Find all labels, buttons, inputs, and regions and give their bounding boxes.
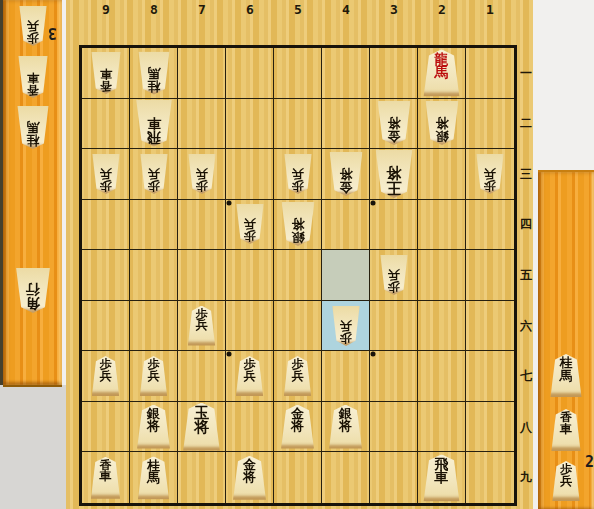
square-76[interactable]: 歩兵 bbox=[178, 301, 226, 352]
square-69[interactable]: 金将 bbox=[226, 452, 274, 503]
piece-kanji: 兵 bbox=[244, 218, 256, 230]
hand-gote-knight[interactable]: 桂馬 bbox=[11, 106, 55, 150]
piece-kanji: 将 bbox=[387, 117, 400, 130]
square-71[interactable] bbox=[178, 48, 226, 99]
piece-sente-lance[interactable]: 香車 bbox=[90, 457, 121, 499]
piece-gote-silver[interactable]: 銀将 bbox=[424, 101, 459, 145]
square-99[interactable]: 香車 bbox=[82, 452, 130, 503]
piece-sente-silver[interactable]: 銀将 bbox=[328, 405, 363, 449]
square-19[interactable] bbox=[466, 452, 514, 503]
square-34[interactable] bbox=[370, 200, 418, 251]
square-45[interactable] bbox=[322, 250, 370, 301]
square-55[interactable] bbox=[274, 250, 322, 301]
piece-kanji: 兵 bbox=[27, 20, 39, 32]
square-96[interactable] bbox=[82, 301, 130, 352]
square-98[interactable] bbox=[82, 402, 130, 453]
piece-gote-pawn[interactable]: 歩兵 bbox=[476, 154, 505, 194]
square-47[interactable] bbox=[322, 351, 370, 402]
rank-label: 八 bbox=[517, 402, 535, 453]
piece-gote-pawn[interactable]: 歩兵 bbox=[18, 6, 47, 46]
piece-kanji: 兵 bbox=[148, 167, 160, 179]
piece-sente-lance[interactable]: 香車 bbox=[551, 409, 582, 451]
piece-kanji: 将 bbox=[291, 218, 304, 231]
rank-label: 四 bbox=[517, 200, 535, 251]
sente-captured-tray: 桂馬香車歩兵2 bbox=[538, 170, 594, 509]
square-85[interactable] bbox=[130, 250, 178, 301]
piece-kanji: 将 bbox=[194, 420, 209, 435]
piece-sente-knight[interactable]: 桂馬 bbox=[137, 456, 170, 499]
piece-kanji: 馬 bbox=[26, 121, 39, 134]
square-44[interactable] bbox=[322, 200, 370, 251]
piece-gote-pawn[interactable]: 歩兵 bbox=[139, 154, 168, 194]
piece-kanji: 車 bbox=[100, 471, 112, 483]
square-81[interactable]: 桂馬 bbox=[130, 48, 178, 99]
piece-kanji: 将 bbox=[291, 420, 304, 433]
rank-label: 五 bbox=[517, 250, 535, 301]
square-57[interactable]: 歩兵 bbox=[274, 351, 322, 402]
square-86[interactable] bbox=[130, 301, 178, 352]
piece-sente-pawn[interactable]: 歩兵 bbox=[139, 356, 168, 396]
piece-sente-pawn[interactable]: 歩兵 bbox=[235, 356, 264, 396]
square-29[interactable]: 飛車 bbox=[418, 452, 466, 503]
hand-piece-count: 3 bbox=[48, 24, 57, 42]
square-56[interactable] bbox=[274, 301, 322, 352]
square-78[interactable]: 玉将 bbox=[178, 402, 226, 453]
square-13[interactable]: 歩兵 bbox=[466, 149, 514, 200]
square-46[interactable]: 歩兵 bbox=[322, 301, 370, 352]
square-82[interactable]: 飛車 bbox=[130, 99, 178, 150]
rank-label: 三 bbox=[517, 149, 535, 200]
file-label: 7 bbox=[178, 2, 226, 17]
piece-kanji: 兵 bbox=[560, 476, 572, 488]
piece-kanji: 兵 bbox=[148, 371, 160, 383]
rank-label: 六 bbox=[517, 301, 535, 352]
square-27[interactable] bbox=[418, 351, 466, 402]
piece-kanji: 兵 bbox=[196, 167, 208, 179]
piece-kanji: 行 bbox=[26, 283, 40, 297]
piece-gote-lance[interactable]: 香車 bbox=[17, 56, 48, 98]
square-36[interactable] bbox=[370, 301, 418, 352]
piece-kanji: 将 bbox=[435, 117, 448, 130]
piece-gote-pawn[interactable]: 歩兵 bbox=[91, 154, 120, 194]
piece-kanji: 金 bbox=[387, 130, 400, 143]
square-32[interactable]: 金将 bbox=[370, 99, 418, 150]
hand-sente-lance[interactable]: 香車 bbox=[544, 409, 588, 453]
piece-kanji: 将 bbox=[339, 420, 352, 433]
square-89[interactable]: 桂馬 bbox=[130, 452, 178, 503]
piece-kanji: 銀 bbox=[435, 130, 448, 143]
square-94[interactable] bbox=[82, 200, 130, 251]
square-31[interactable] bbox=[370, 48, 418, 99]
piece-kanji: 金 bbox=[339, 180, 352, 193]
square-95[interactable] bbox=[82, 250, 130, 301]
piece-sente-silver[interactable]: 銀将 bbox=[136, 405, 171, 449]
piece-kanji: 桂 bbox=[26, 133, 39, 146]
square-39[interactable] bbox=[370, 452, 418, 503]
square-74[interactable] bbox=[178, 200, 226, 251]
piece-sente-rook[interactable]: 飛車 bbox=[423, 454, 461, 501]
square-83[interactable]: 歩兵 bbox=[130, 149, 178, 200]
piece-kanji: 兵 bbox=[196, 320, 208, 332]
square-43[interactable]: 金将 bbox=[322, 149, 370, 200]
rank-label: 二 bbox=[517, 99, 535, 150]
file-label: 4 bbox=[322, 2, 370, 17]
piece-kanji: 車 bbox=[27, 72, 39, 84]
square-92[interactable] bbox=[82, 99, 130, 150]
piece-sente-pawn[interactable]: 歩兵 bbox=[187, 306, 216, 346]
square-15[interactable] bbox=[466, 250, 514, 301]
square-91[interactable]: 香車 bbox=[82, 48, 130, 99]
square-17[interactable] bbox=[466, 351, 514, 402]
square-52[interactable] bbox=[274, 99, 322, 150]
rank-label: 九 bbox=[517, 452, 535, 503]
piece-gote-gold[interactable]: 金将 bbox=[328, 152, 363, 196]
piece-kanji: 飛 bbox=[147, 130, 161, 144]
square-63[interactable] bbox=[226, 149, 274, 200]
square-93[interactable]: 歩兵 bbox=[82, 149, 130, 200]
file-labels: 987654321 bbox=[82, 2, 514, 17]
file-label: 5 bbox=[274, 2, 322, 17]
piece-kanji: 馬 bbox=[435, 66, 449, 80]
square-88[interactable]: 銀将 bbox=[130, 402, 178, 453]
square-61[interactable] bbox=[226, 48, 274, 99]
piece-kanji: 銀 bbox=[291, 231, 304, 244]
hand-gote-bishop[interactable]: 角行 bbox=[11, 268, 55, 312]
piece-sente-pawn[interactable]: 歩兵 bbox=[91, 356, 120, 396]
square-87[interactable]: 歩兵 bbox=[130, 351, 178, 402]
piece-kanji: 馬 bbox=[147, 472, 160, 485]
piece-kanji: 将 bbox=[147, 420, 160, 433]
square-59[interactable] bbox=[274, 452, 322, 503]
piece-kanji: 兵 bbox=[100, 371, 112, 383]
square-23[interactable] bbox=[418, 149, 466, 200]
piece-kanji: 兵 bbox=[100, 167, 112, 179]
file-label: 3 bbox=[370, 2, 418, 17]
square-66[interactable] bbox=[226, 301, 274, 352]
board-panel: 987654321 一二三四五六七八九 香車桂馬龍馬飛車金将銀将歩兵歩兵歩兵歩兵… bbox=[66, 0, 533, 509]
square-24[interactable] bbox=[418, 200, 466, 251]
square-65[interactable] bbox=[226, 250, 274, 301]
piece-kanji: 車 bbox=[147, 116, 161, 130]
rank-label: 七 bbox=[517, 351, 535, 402]
square-79[interactable] bbox=[178, 452, 226, 503]
piece-kanji: 馬 bbox=[147, 66, 160, 79]
square-22[interactable]: 銀将 bbox=[418, 99, 466, 150]
piece-kanji: 兵 bbox=[244, 371, 256, 383]
piece-kanji: 将 bbox=[339, 167, 352, 180]
square-11[interactable] bbox=[466, 48, 514, 99]
square-75[interactable] bbox=[178, 250, 226, 301]
hand-sente-pawn[interactable]: 歩兵2 bbox=[544, 461, 588, 505]
shogi-board: 香車桂馬龍馬飛車金将銀将歩兵歩兵歩兵歩兵金将王将歩兵歩兵銀将歩兵歩兵歩兵歩兵歩兵… bbox=[79, 45, 517, 506]
piece-gote-knight[interactable]: 桂馬 bbox=[137, 51, 170, 94]
piece-kanji: 兵 bbox=[484, 167, 496, 179]
square-67[interactable]: 歩兵 bbox=[226, 351, 274, 402]
hand-sente-knight[interactable]: 桂馬 bbox=[544, 354, 588, 398]
piece-gote-knight[interactable]: 桂馬 bbox=[16, 106, 49, 149]
piece-gote-silver[interactable]: 銀将 bbox=[280, 202, 315, 246]
rank-label: 一 bbox=[517, 48, 535, 99]
square-51[interactable] bbox=[274, 48, 322, 99]
square-84[interactable] bbox=[130, 200, 178, 251]
file-label: 9 bbox=[82, 2, 130, 17]
piece-kanji: 車 bbox=[435, 471, 449, 485]
piece-sente-pawn[interactable]: 歩兵 bbox=[552, 461, 581, 501]
piece-gote-pawn[interactable]: 歩兵 bbox=[283, 154, 312, 194]
hand-gote-lance[interactable]: 香車 bbox=[11, 56, 55, 100]
hand-piece-count: 2 bbox=[585, 453, 594, 471]
square-14[interactable] bbox=[466, 200, 514, 251]
square-33[interactable]: 王将 bbox=[370, 149, 418, 200]
piece-kanji: 歩 bbox=[27, 31, 39, 43]
piece-kanji: 角 bbox=[26, 296, 40, 310]
piece-kanji: 将 bbox=[386, 165, 401, 180]
square-62[interactable] bbox=[226, 99, 274, 150]
square-38[interactable] bbox=[370, 402, 418, 453]
square-41[interactable] bbox=[322, 48, 370, 99]
bottom-left-background bbox=[0, 385, 68, 509]
file-label: 2 bbox=[418, 2, 466, 17]
square-64[interactable]: 歩兵 bbox=[226, 200, 274, 251]
square-77[interactable] bbox=[178, 351, 226, 402]
file-label: 1 bbox=[466, 2, 514, 17]
piece-kanji: 兵 bbox=[292, 167, 304, 179]
piece-sente-gold[interactable]: 金将 bbox=[280, 405, 315, 449]
square-54[interactable]: 銀将 bbox=[274, 200, 322, 251]
piece-sente-horse[interactable]: 龍馬 bbox=[423, 49, 461, 96]
square-28[interactable] bbox=[418, 402, 466, 453]
piece-gote-bishop[interactable]: 角行 bbox=[15, 268, 51, 313]
square-53[interactable]: 歩兵 bbox=[274, 149, 322, 200]
piece-kanji: 兵 bbox=[340, 319, 352, 331]
piece-gote-rook[interactable]: 飛車 bbox=[135, 100, 173, 147]
piece-kanji: 車 bbox=[560, 424, 572, 436]
piece-kanji: 香 bbox=[27, 83, 39, 95]
square-35[interactable]: 歩兵 bbox=[370, 250, 418, 301]
square-25[interactable] bbox=[418, 250, 466, 301]
piece-sente-knight[interactable]: 桂馬 bbox=[550, 354, 583, 397]
square-48[interactable]: 銀将 bbox=[322, 402, 370, 453]
square-68[interactable] bbox=[226, 402, 274, 453]
square-18[interactable] bbox=[466, 402, 514, 453]
square-49[interactable] bbox=[322, 452, 370, 503]
file-label: 8 bbox=[130, 2, 178, 17]
square-37[interactable] bbox=[370, 351, 418, 402]
square-73[interactable]: 歩兵 bbox=[178, 149, 226, 200]
square-12[interactable] bbox=[466, 99, 514, 150]
piece-gote-gold[interactable]: 金将 bbox=[376, 101, 411, 145]
piece-sente-gold[interactable]: 金将 bbox=[232, 456, 267, 500]
square-72[interactable] bbox=[178, 99, 226, 150]
piece-kanji: 将 bbox=[243, 471, 256, 484]
piece-gote-lance[interactable]: 香車 bbox=[90, 52, 121, 94]
square-21[interactable]: 龍馬 bbox=[418, 48, 466, 99]
piece-gote-pawn[interactable]: 歩兵 bbox=[379, 255, 408, 295]
piece-sente-king[interactable]: 玉将 bbox=[182, 403, 221, 451]
piece-gote-pawn[interactable]: 歩兵 bbox=[331, 306, 360, 346]
piece-kanji: 兵 bbox=[388, 268, 400, 280]
piece-gote-king[interactable]: 王将 bbox=[374, 150, 413, 198]
file-label: 6 bbox=[226, 2, 274, 17]
piece-kanji: 王 bbox=[386, 180, 401, 195]
piece-kanji: 馬 bbox=[560, 370, 573, 383]
hand-gote-pawn[interactable]: 歩兵3 bbox=[11, 6, 55, 50]
square-42[interactable] bbox=[322, 99, 370, 150]
piece-kanji: 兵 bbox=[292, 371, 304, 383]
piece-gote-pawn[interactable]: 歩兵 bbox=[235, 204, 264, 244]
square-97[interactable]: 歩兵 bbox=[82, 351, 130, 402]
piece-kanji: 車 bbox=[100, 67, 112, 79]
square-26[interactable] bbox=[418, 301, 466, 352]
square-16[interactable] bbox=[466, 301, 514, 352]
piece-gote-pawn[interactable]: 歩兵 bbox=[187, 154, 216, 194]
piece-kanji: 歩 bbox=[244, 230, 256, 242]
piece-sente-pawn[interactable]: 歩兵 bbox=[283, 356, 312, 396]
square-58[interactable]: 金将 bbox=[274, 402, 322, 453]
gote-captured-tray: 歩兵3香車桂馬角行 bbox=[3, 0, 62, 387]
